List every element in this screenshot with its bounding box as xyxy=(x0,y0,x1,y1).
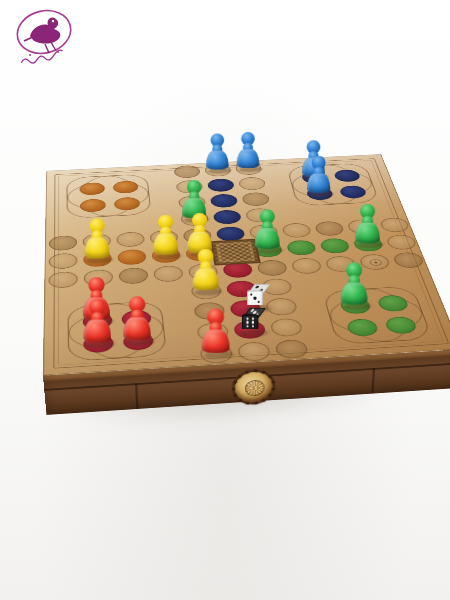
track-cell-1-5 xyxy=(203,176,237,193)
home-column-circle-blue xyxy=(207,178,235,192)
piece-shadow xyxy=(357,241,385,249)
home-column-circle-green xyxy=(352,236,385,252)
track-cell-5-7 xyxy=(281,238,319,258)
track-cell-0-4 xyxy=(170,163,203,179)
track-circle xyxy=(176,180,204,194)
pawn-green[interactable] xyxy=(254,209,280,249)
ludo-board xyxy=(43,154,450,375)
pawn-blue[interactable] xyxy=(205,133,229,169)
piece-shadow xyxy=(238,166,263,172)
track-circle xyxy=(153,265,184,282)
track-cell-6-2 xyxy=(114,265,151,286)
quatrefoil-frame-inner xyxy=(59,172,157,220)
track-circle xyxy=(281,223,312,239)
track-cell-0-6 xyxy=(231,160,265,176)
pawn-blue[interactable] xyxy=(306,156,330,193)
pawn-red[interactable] xyxy=(122,296,151,340)
track-circle xyxy=(314,221,345,236)
track-cell-10-5 xyxy=(232,339,274,364)
track-circle xyxy=(119,267,149,284)
pawn-red[interactable] xyxy=(201,308,230,353)
pawn-green[interactable] xyxy=(354,204,380,244)
drawer-knob[interactable] xyxy=(235,371,273,404)
track-circle xyxy=(379,217,411,232)
base-slot xyxy=(78,198,105,213)
track-circle xyxy=(49,253,78,270)
black-die[interactable] xyxy=(242,308,262,330)
track-circle xyxy=(392,252,426,269)
pawn-yellow[interactable] xyxy=(186,213,212,253)
track-cell-6-3 xyxy=(149,263,186,284)
pawn-yellow[interactable] xyxy=(192,249,219,291)
base-slot xyxy=(336,184,366,198)
pawn-green[interactable] xyxy=(340,262,368,304)
track-cell-4-2 xyxy=(112,229,147,248)
track-cell-6-6 xyxy=(252,257,291,278)
base-circle-orange xyxy=(112,180,138,194)
white-die[interactable] xyxy=(247,284,266,305)
home-column-circle-green xyxy=(252,242,283,258)
track-cell-5-3 xyxy=(147,245,183,265)
track-cell-4-7 xyxy=(277,221,315,240)
track-circle xyxy=(204,163,232,176)
track-cell-2-4 xyxy=(174,193,209,211)
home-column-circle-orange xyxy=(117,249,146,266)
track-circle xyxy=(49,235,77,251)
track-circle xyxy=(174,165,201,178)
track-cell-9-6 xyxy=(265,315,307,338)
track-cell-2-5 xyxy=(206,192,241,210)
track-cell-1-6 xyxy=(234,175,269,192)
quatrefoil-frame-inner xyxy=(284,161,379,208)
track-circle xyxy=(265,298,299,316)
track-cell-5-8 xyxy=(314,236,353,256)
track-cell-10-6 xyxy=(269,336,312,360)
pawn-blue[interactable] xyxy=(301,140,325,177)
track-cell-4-0 xyxy=(45,233,79,252)
track-circle xyxy=(241,192,270,206)
track-cell-9-5 xyxy=(228,317,269,340)
pawn-blue[interactable] xyxy=(236,132,260,168)
track-cell-10-4 xyxy=(195,341,236,366)
piece-shadow xyxy=(304,175,329,182)
track-cell-4-9 xyxy=(342,217,381,236)
track-circle xyxy=(49,271,78,288)
track-cell-5-9 xyxy=(348,234,387,253)
piece-shadow xyxy=(208,168,233,174)
track-cell-2-6 xyxy=(237,190,273,208)
track-cell-1-4 xyxy=(172,178,206,195)
track-circle xyxy=(249,224,280,240)
base-circle-blue xyxy=(300,171,328,184)
track-cell-4-8 xyxy=(309,219,347,238)
base-circle-blue xyxy=(332,169,361,182)
track-circle xyxy=(385,234,418,250)
track-circle xyxy=(245,208,275,223)
track-circle xyxy=(178,195,206,210)
track-circle xyxy=(235,162,263,175)
track-cell-5-1 xyxy=(79,249,114,269)
home-column-circle-blue xyxy=(210,194,239,208)
track-cell-8-6 xyxy=(260,295,301,317)
track-cell-6-0 xyxy=(44,269,80,290)
piece-shadow xyxy=(309,191,335,198)
track-cell-3-5 xyxy=(208,208,244,226)
pawn-red[interactable] xyxy=(82,299,111,343)
base-circle-orange xyxy=(79,182,105,196)
track-circle xyxy=(256,259,288,276)
track-cell-5-10 xyxy=(380,232,420,251)
home-column-circle-green xyxy=(286,240,318,256)
home-column-circle-blue xyxy=(213,210,242,225)
track-circle xyxy=(269,318,303,337)
base-circle-orange xyxy=(79,198,105,212)
base-circle-blue xyxy=(305,187,334,201)
scene xyxy=(0,0,450,600)
track-cell-4-5 xyxy=(211,224,248,243)
drawer-seam xyxy=(135,383,138,409)
base-slot xyxy=(303,186,333,200)
track-cell-4-10 xyxy=(374,215,413,234)
track-cell-6-7 xyxy=(286,255,325,275)
track-cell-7-4 xyxy=(186,280,225,302)
track-circle xyxy=(116,231,145,247)
home-column-circle-green xyxy=(319,238,351,254)
track-circle xyxy=(346,219,378,234)
base-slot xyxy=(331,168,361,182)
quatrefoil-frame xyxy=(66,174,151,219)
quatrefoil-frame xyxy=(286,163,380,207)
pawn-yellow[interactable] xyxy=(83,218,109,258)
base-slot xyxy=(112,196,140,211)
track-cell-0-5 xyxy=(200,162,234,178)
base-circle-blue xyxy=(338,185,367,199)
track-circle xyxy=(237,341,272,361)
home-base-orange xyxy=(65,173,154,220)
track-cell-4-6 xyxy=(244,222,281,241)
drawer-seam xyxy=(371,368,374,394)
base-slot xyxy=(111,180,138,194)
base-circle-orange xyxy=(113,197,140,211)
track-cell-3-6 xyxy=(241,206,277,224)
pawn-yellow[interactable] xyxy=(152,215,178,255)
home-column-circle-blue xyxy=(216,226,246,242)
base-slot xyxy=(299,170,328,184)
track-circle xyxy=(290,258,322,275)
track-circle xyxy=(238,177,267,191)
piece-shadow xyxy=(239,329,269,338)
base-slot xyxy=(78,181,105,195)
home-base-blue xyxy=(284,162,382,208)
track-cell-5-0 xyxy=(45,251,80,271)
track-circle xyxy=(274,339,309,359)
track-cell-5-2 xyxy=(113,247,149,267)
